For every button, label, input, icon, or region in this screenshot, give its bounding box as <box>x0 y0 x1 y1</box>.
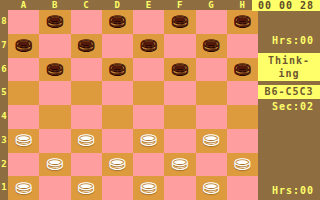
white-draughts-man[interactable]: ⛂ <box>77 176 95 199</box>
square-a2[interactable] <box>8 153 39 177</box>
clock-hours: Hrs:00 <box>272 185 320 196</box>
white-draughts-man[interactable]: ⛂ <box>15 128 33 151</box>
square-a7[interactable]: ⛂ <box>8 34 39 58</box>
square-e8[interactable] <box>133 10 164 34</box>
rank-label-6: 6 <box>0 58 8 82</box>
white-draughts-man[interactable]: ⛂ <box>46 152 64 175</box>
dark-draughts-man[interactable]: ⛂ <box>46 9 64 32</box>
status-line-1: Think- <box>258 54 320 67</box>
rank-label-4: 4 <box>0 105 8 129</box>
square-c5[interactable] <box>71 81 102 105</box>
square-c1[interactable]: ⛂ <box>71 176 102 200</box>
square-e2[interactable] <box>133 153 164 177</box>
dark-draughts-man[interactable]: ⛂ <box>109 9 127 32</box>
square-e3[interactable]: ⛂ <box>133 129 164 153</box>
dark-draughts-man[interactable]: ⛂ <box>109 57 127 80</box>
status-thinking: Think- ing <box>258 53 320 81</box>
square-g2[interactable] <box>196 153 227 177</box>
square-h7[interactable] <box>227 34 258 58</box>
square-g8[interactable] <box>196 10 227 34</box>
square-g5[interactable] <box>196 81 227 105</box>
dark-draughts-man[interactable]: ⛂ <box>234 9 252 32</box>
square-f2[interactable]: ⛂ <box>164 153 195 177</box>
square-a6[interactable] <box>8 58 39 82</box>
square-f4[interactable] <box>164 105 195 129</box>
square-b8[interactable]: ⛂ <box>39 10 70 34</box>
square-e5[interactable] <box>133 81 164 105</box>
square-e4[interactable] <box>133 105 164 129</box>
square-b7[interactable] <box>39 34 70 58</box>
dark-draughts-man[interactable]: ⛂ <box>171 9 189 32</box>
square-b3[interactable] <box>39 129 70 153</box>
square-h3[interactable] <box>227 129 258 153</box>
square-d5[interactable] <box>102 81 133 105</box>
game-time-strip: 00 00 28 <box>252 0 320 11</box>
white-draughts-man[interactable]: ⛂ <box>202 176 220 199</box>
dark-draughts-man[interactable]: ⛂ <box>140 33 158 56</box>
dark-draughts-man[interactable]: ⛂ <box>46 57 64 80</box>
square-h2[interactable]: ⛂ <box>227 153 258 177</box>
square-f6[interactable]: ⛂ <box>164 58 195 82</box>
square-f3[interactable] <box>164 129 195 153</box>
square-h6[interactable]: ⛂ <box>227 58 258 82</box>
square-d2[interactable]: ⛂ <box>102 153 133 177</box>
clock-hours: Hrs:00 <box>272 35 320 46</box>
checkers-game-screen: ABCDEFGH 87654321 ⛂⛂⛂⛂⛂⛂⛂⛂⛂⛂⛂⛂⛂⛂⛂⛂⛂⛂⛂⛂⛂⛂… <box>0 0 320 200</box>
square-e1[interactable]: ⛂ <box>133 176 164 200</box>
square-c2[interactable] <box>71 153 102 177</box>
white-draughts-man[interactable]: ⛂ <box>202 128 220 151</box>
square-d6[interactable]: ⛂ <box>102 58 133 82</box>
dark-draughts-man[interactable]: ⛂ <box>15 33 33 56</box>
square-b4[interactable] <box>39 105 70 129</box>
rank-label-8: 8 <box>0 10 8 34</box>
file-label-g: G <box>196 0 227 10</box>
white-draughts-man[interactable]: ⛂ <box>140 128 158 151</box>
checkers-board: ⛂⛂⛂⛂⛂⛂⛂⛂⛂⛂⛂⛂⛂⛂⛂⛂⛂⛂⛂⛂⛂⛂⛂⛂ <box>8 10 258 200</box>
square-d4[interactable] <box>102 105 133 129</box>
rank-label-5: 5 <box>0 81 8 105</box>
square-h5[interactable] <box>227 81 258 105</box>
white-draughts-man[interactable]: ⛂ <box>171 152 189 175</box>
square-c6[interactable] <box>71 58 102 82</box>
square-h1[interactable] <box>227 176 258 200</box>
square-b5[interactable] <box>39 81 70 105</box>
square-c7[interactable]: ⛂ <box>71 34 102 58</box>
square-a8[interactable] <box>8 10 39 34</box>
square-a4[interactable] <box>8 105 39 129</box>
square-c8[interactable] <box>71 10 102 34</box>
square-d3[interactable] <box>102 129 133 153</box>
square-g7[interactable]: ⛂ <box>196 34 227 58</box>
white-draughts-man[interactable]: ⛂ <box>15 176 33 199</box>
file-label-e: E <box>133 0 164 10</box>
dark-draughts-man[interactable]: ⛂ <box>234 57 252 80</box>
square-c3[interactable]: ⛂ <box>71 129 102 153</box>
status-line-2: ing <box>258 67 320 80</box>
clock-seconds: Sec:02 <box>272 101 320 112</box>
white-draughts-man[interactable]: ⛂ <box>234 152 252 175</box>
rank-label-1: 1 <box>0 176 8 200</box>
square-d8[interactable]: ⛂ <box>102 10 133 34</box>
square-e7[interactable]: ⛂ <box>133 34 164 58</box>
square-f1[interactable] <box>164 176 195 200</box>
square-h4[interactable] <box>227 105 258 129</box>
square-d1[interactable] <box>102 176 133 200</box>
dark-draughts-man[interactable]: ⛂ <box>171 57 189 80</box>
square-g6[interactable] <box>196 58 227 82</box>
file-label-c: C <box>71 0 102 10</box>
square-b2[interactable]: ⛂ <box>39 153 70 177</box>
rank-label-2: 2 <box>0 153 8 177</box>
rank-label-3: 3 <box>0 129 8 153</box>
file-label-a: A <box>8 0 39 10</box>
square-e6[interactable] <box>133 58 164 82</box>
square-b6[interactable]: ⛂ <box>39 58 70 82</box>
square-d7[interactable] <box>102 34 133 58</box>
square-a1[interactable]: ⛂ <box>8 176 39 200</box>
dark-draughts-man[interactable]: ⛂ <box>77 33 95 56</box>
white-draughts-man[interactable]: ⛂ <box>140 176 158 199</box>
white-player-clock: Hrs:00 Min:00 Sec:00 <box>272 163 320 200</box>
white-draughts-man[interactable]: ⛂ <box>109 152 127 175</box>
dark-draughts-man[interactable]: ⛂ <box>202 33 220 56</box>
square-g3[interactable]: ⛂ <box>196 129 227 153</box>
square-a3[interactable]: ⛂ <box>8 129 39 153</box>
square-g4[interactable] <box>196 105 227 129</box>
square-g1[interactable]: ⛂ <box>196 176 227 200</box>
square-c4[interactable] <box>71 105 102 129</box>
rank-label-7: 7 <box>0 34 8 58</box>
square-h8[interactable]: ⛂ <box>227 10 258 34</box>
current-move-display: B6-C5C3 <box>258 85 320 99</box>
square-f7[interactable] <box>164 34 195 58</box>
square-f5[interactable] <box>164 81 195 105</box>
square-a5[interactable] <box>8 81 39 105</box>
square-b1[interactable] <box>39 176 70 200</box>
square-f8[interactable]: ⛂ <box>164 10 195 34</box>
white-draughts-man[interactable]: ⛂ <box>77 128 95 151</box>
